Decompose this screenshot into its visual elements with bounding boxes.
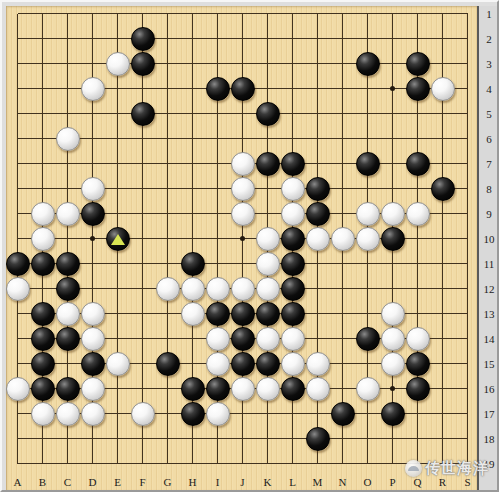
row-label-2: 2 — [480, 33, 498, 45]
stone-white-M10 — [306, 227, 330, 251]
stone-white-D13 — [81, 302, 105, 326]
stone-black-M8 — [306, 177, 330, 201]
column-label-C: C — [60, 476, 76, 488]
grid-vline-S — [467, 14, 468, 464]
last-move-triangle-marker — [111, 233, 125, 244]
column-label-N: N — [335, 476, 351, 488]
row-label-11: 11 — [480, 258, 498, 270]
stone-black-O3 — [356, 52, 380, 76]
stone-black-R8 — [431, 177, 455, 201]
row-label-3: 3 — [480, 58, 498, 70]
row-label-4: 4 — [480, 83, 498, 95]
grid-hline-18 — [18, 438, 468, 439]
grid-hline-11 — [18, 263, 468, 264]
stone-white-C6 — [56, 127, 80, 151]
stone-black-H11 — [181, 252, 205, 276]
row-label-8: 8 — [480, 183, 498, 195]
stone-white-I17 — [206, 402, 230, 426]
stone-white-K11 — [256, 252, 280, 276]
stone-white-A16 — [6, 377, 30, 401]
stone-black-K15 — [256, 352, 280, 376]
row-label-17: 17 — [480, 408, 498, 420]
stone-white-L14 — [281, 327, 305, 351]
stone-white-N10 — [331, 227, 355, 251]
stone-black-J13 — [231, 302, 255, 326]
stone-black-B13 — [31, 302, 55, 326]
stone-black-Q4 — [406, 77, 430, 101]
stone-black-K5 — [256, 102, 280, 126]
stone-black-O7 — [356, 152, 380, 176]
stone-black-L13 — [281, 302, 305, 326]
column-label-E: E — [110, 476, 126, 488]
stone-white-A12 — [6, 277, 30, 301]
stone-white-P13 — [381, 302, 405, 326]
stone-white-K10 — [256, 227, 280, 251]
stone-white-H12 — [181, 277, 205, 301]
row-label-9: 9 — [480, 208, 498, 220]
stone-black-L10 — [281, 227, 305, 251]
stone-black-L16 — [281, 377, 305, 401]
column-label-Q: Q — [410, 476, 426, 488]
stone-white-J7 — [231, 152, 255, 176]
stone-black-D9 — [81, 202, 105, 226]
star-point-P16 — [390, 386, 395, 391]
stone-white-E15 — [106, 352, 130, 376]
stone-black-F2 — [131, 27, 155, 51]
stone-black-B11 — [31, 252, 55, 276]
column-label-P: P — [385, 476, 401, 488]
stone-white-B10 — [31, 227, 55, 251]
stone-white-C9 — [56, 202, 80, 226]
stone-white-I12 — [206, 277, 230, 301]
stone-black-A11 — [6, 252, 30, 276]
stone-white-C17 — [56, 402, 80, 426]
column-label-B: B — [35, 476, 51, 488]
stone-white-D14 — [81, 327, 105, 351]
column-label-S: S — [460, 476, 476, 488]
stone-white-Q14 — [406, 327, 430, 351]
stone-black-L11 — [281, 252, 305, 276]
column-label-H: H — [185, 476, 201, 488]
stone-black-Q15 — [406, 352, 430, 376]
stone-white-M15 — [306, 352, 330, 376]
column-label-I: I — [210, 476, 226, 488]
stone-white-J9 — [231, 202, 255, 226]
stone-black-J14 — [231, 327, 255, 351]
stone-white-Q9 — [406, 202, 430, 226]
stone-black-M18 — [306, 427, 330, 451]
stone-white-J8 — [231, 177, 255, 201]
column-label-O: O — [360, 476, 376, 488]
column-label-A: A — [10, 476, 26, 488]
stone-white-D16 — [81, 377, 105, 401]
row-label-18: 18 — [480, 433, 498, 445]
stone-black-H16 — [181, 377, 205, 401]
stone-white-P9 — [381, 202, 405, 226]
stone-white-L8 — [281, 177, 305, 201]
stone-white-K16 — [256, 377, 280, 401]
stone-white-C13 — [56, 302, 80, 326]
column-label-G: G — [160, 476, 176, 488]
stone-black-C16 — [56, 377, 80, 401]
stone-black-Q7 — [406, 152, 430, 176]
stone-black-L12 — [281, 277, 305, 301]
stone-white-B17 — [31, 402, 55, 426]
row-label-10: 10 — [480, 233, 498, 245]
stone-black-P17 — [381, 402, 405, 426]
stone-white-H13 — [181, 302, 205, 326]
stone-black-H17 — [181, 402, 205, 426]
stone-white-F17 — [131, 402, 155, 426]
stone-black-M9 — [306, 202, 330, 226]
row-label-16: 16 — [480, 383, 498, 395]
column-label-K: K — [260, 476, 276, 488]
stone-white-I15 — [206, 352, 230, 376]
stone-white-D17 — [81, 402, 105, 426]
stone-black-N17 — [331, 402, 355, 426]
stone-white-R4 — [431, 77, 455, 101]
stone-black-F5 — [131, 102, 155, 126]
row-label-1: 1 — [480, 8, 498, 20]
stone-white-I14 — [206, 327, 230, 351]
stone-black-F3 — [131, 52, 155, 76]
row-label-14: 14 — [480, 333, 498, 345]
stone-white-M16 — [306, 377, 330, 401]
column-label-L: L — [285, 476, 301, 488]
stone-black-J15 — [231, 352, 255, 376]
stone-white-J12 — [231, 277, 255, 301]
row-label-6: 6 — [480, 133, 498, 145]
column-label-D: D — [85, 476, 101, 488]
stone-white-E3 — [106, 52, 130, 76]
stone-white-D8 — [81, 177, 105, 201]
row-label-12: 12 — [480, 283, 498, 295]
stone-white-B9 — [31, 202, 55, 226]
stone-white-L15 — [281, 352, 305, 376]
stone-white-J16 — [231, 377, 255, 401]
stone-black-J4 — [231, 77, 255, 101]
stone-black-I16 — [206, 377, 230, 401]
column-label-J: J — [235, 476, 251, 488]
stone-black-P10 — [381, 227, 405, 251]
stone-white-K14 — [256, 327, 280, 351]
stone-white-K12 — [256, 277, 280, 301]
stone-black-I13 — [206, 302, 230, 326]
stone-white-D4 — [81, 77, 105, 101]
stone-black-Q16 — [406, 377, 430, 401]
stone-black-D15 — [81, 352, 105, 376]
grid-hline-19 — [18, 463, 468, 464]
stone-black-E10 — [106, 227, 130, 251]
stone-white-G12 — [156, 277, 180, 301]
stone-black-G15 — [156, 352, 180, 376]
stone-black-O14 — [356, 327, 380, 351]
stone-black-K13 — [256, 302, 280, 326]
column-label-F: F — [135, 476, 151, 488]
stone-black-L7 — [281, 152, 305, 176]
stone-white-O10 — [356, 227, 380, 251]
stone-white-P15 — [381, 352, 405, 376]
stone-black-C14 — [56, 327, 80, 351]
column-label-M: M — [310, 476, 326, 488]
row-label-7: 7 — [480, 158, 498, 170]
stone-black-Q3 — [406, 52, 430, 76]
row-label-13: 13 — [480, 308, 498, 320]
star-point-D10 — [90, 236, 95, 241]
star-point-J10 — [240, 236, 245, 241]
stone-black-B14 — [31, 327, 55, 351]
stone-black-I4 — [206, 77, 230, 101]
stone-black-K7 — [256, 152, 280, 176]
screenshot-root: ABCDEFGHIJKLMNOPQRS123456789101112131415… — [0, 0, 499, 492]
row-label-19: 19 — [480, 458, 498, 470]
stone-white-O16 — [356, 377, 380, 401]
star-point-P4 — [390, 86, 395, 91]
stone-white-P14 — [381, 327, 405, 351]
stone-black-C12 — [56, 277, 80, 301]
stone-white-L9 — [281, 202, 305, 226]
column-label-R: R — [435, 476, 451, 488]
stone-black-B15 — [31, 352, 55, 376]
stone-black-C11 — [56, 252, 80, 276]
stone-black-B16 — [31, 377, 55, 401]
row-label-5: 5 — [480, 108, 498, 120]
stone-white-O9 — [356, 202, 380, 226]
row-label-15: 15 — [480, 358, 498, 370]
